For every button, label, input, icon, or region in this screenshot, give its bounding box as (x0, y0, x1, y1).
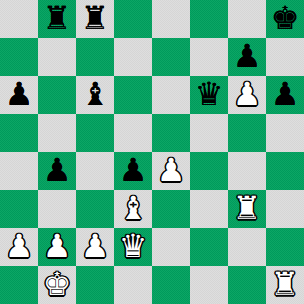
square-c1[interactable] (76, 266, 114, 304)
square-h2[interactable] (266, 228, 304, 266)
square-e3[interactable] (152, 190, 190, 228)
square-d6[interactable] (114, 76, 152, 114)
black-pawn-piece[interactable]: ♟ (271, 76, 300, 113)
chess-board: ♜♜♚♟♟♝♛♟♟♟♟♟♝♜♟♟♟♛♚♜ (0, 0, 304, 304)
square-e7[interactable] (152, 38, 190, 76)
white-pawn-piece[interactable]: ♟ (5, 228, 34, 265)
square-g6[interactable]: ♟ (228, 76, 266, 114)
white-pawn-piece[interactable]: ♟ (233, 76, 262, 113)
black-pawn-piece[interactable]: ♟ (119, 152, 148, 189)
white-rook-piece[interactable]: ♜ (271, 266, 300, 303)
square-e6[interactable] (152, 76, 190, 114)
square-h5[interactable] (266, 114, 304, 152)
square-a5[interactable] (0, 114, 38, 152)
square-c6[interactable]: ♝ (76, 76, 114, 114)
square-c3[interactable] (76, 190, 114, 228)
square-h1[interactable]: ♜ (266, 266, 304, 304)
square-f1[interactable] (190, 266, 228, 304)
square-a3[interactable] (0, 190, 38, 228)
white-pawn-piece[interactable]: ♟ (43, 228, 72, 265)
square-a2[interactable]: ♟ (0, 228, 38, 266)
black-rook-piece[interactable]: ♜ (81, 0, 110, 37)
square-f3[interactable] (190, 190, 228, 228)
square-f8[interactable] (190, 0, 228, 38)
square-a1[interactable] (0, 266, 38, 304)
square-f2[interactable] (190, 228, 228, 266)
white-rook-piece[interactable]: ♜ (233, 190, 262, 227)
square-h8[interactable]: ♚ (266, 0, 304, 38)
square-d2[interactable]: ♛ (114, 228, 152, 266)
square-e2[interactable] (152, 228, 190, 266)
square-c4[interactable] (76, 152, 114, 190)
square-g3[interactable]: ♜ (228, 190, 266, 228)
square-c5[interactable] (76, 114, 114, 152)
square-b5[interactable] (38, 114, 76, 152)
white-pawn-piece[interactable]: ♟ (81, 228, 110, 265)
square-e5[interactable] (152, 114, 190, 152)
square-b7[interactable] (38, 38, 76, 76)
square-b2[interactable]: ♟ (38, 228, 76, 266)
black-pawn-piece[interactable]: ♟ (43, 152, 72, 189)
black-bishop-piece[interactable]: ♝ (81, 76, 110, 113)
square-g2[interactable] (228, 228, 266, 266)
square-f5[interactable] (190, 114, 228, 152)
square-e1[interactable] (152, 266, 190, 304)
square-d7[interactable] (114, 38, 152, 76)
square-d1[interactable] (114, 266, 152, 304)
white-bishop-piece[interactable]: ♝ (119, 190, 148, 227)
square-f6[interactable]: ♛ (190, 76, 228, 114)
square-g5[interactable] (228, 114, 266, 152)
square-b8[interactable]: ♜ (38, 0, 76, 38)
square-d8[interactable] (114, 0, 152, 38)
square-g8[interactable] (228, 0, 266, 38)
white-queen-piece[interactable]: ♛ (119, 228, 148, 265)
square-h3[interactable] (266, 190, 304, 228)
black-pawn-piece[interactable]: ♟ (5, 76, 34, 113)
square-a7[interactable] (0, 38, 38, 76)
square-d5[interactable] (114, 114, 152, 152)
square-a6[interactable]: ♟ (0, 76, 38, 114)
square-a8[interactable] (0, 0, 38, 38)
black-king-piece[interactable]: ♚ (271, 0, 300, 37)
square-e4[interactable]: ♟ (152, 152, 190, 190)
square-c2[interactable]: ♟ (76, 228, 114, 266)
square-h6[interactable]: ♟ (266, 76, 304, 114)
square-d3[interactable]: ♝ (114, 190, 152, 228)
square-b6[interactable] (38, 76, 76, 114)
square-g7[interactable]: ♟ (228, 38, 266, 76)
square-b4[interactable]: ♟ (38, 152, 76, 190)
square-c8[interactable]: ♜ (76, 0, 114, 38)
black-pawn-piece[interactable]: ♟ (233, 38, 262, 75)
black-rook-piece[interactable]: ♜ (43, 0, 72, 37)
black-queen-piece[interactable]: ♛ (195, 76, 224, 113)
square-f4[interactable] (190, 152, 228, 190)
square-a4[interactable] (0, 152, 38, 190)
white-king-piece[interactable]: ♚ (43, 266, 72, 303)
square-c7[interactable] (76, 38, 114, 76)
square-b3[interactable] (38, 190, 76, 228)
square-f7[interactable] (190, 38, 228, 76)
square-e8[interactable] (152, 0, 190, 38)
square-h7[interactable] (266, 38, 304, 76)
square-h4[interactable] (266, 152, 304, 190)
square-b1[interactable]: ♚ (38, 266, 76, 304)
square-g1[interactable] (228, 266, 266, 304)
white-pawn-piece[interactable]: ♟ (157, 152, 186, 189)
square-g4[interactable] (228, 152, 266, 190)
square-d4[interactable]: ♟ (114, 152, 152, 190)
